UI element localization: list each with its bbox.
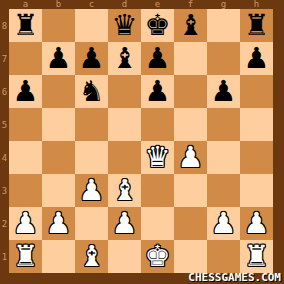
square-a6[interactable]: ♟ [9,75,42,108]
square-b4[interactable] [42,141,75,174]
square-h1[interactable]: ♜ [240,240,273,273]
square-a7[interactable] [9,42,42,75]
piece-black-pawn[interactable]: ♟ [145,77,171,106]
piece-white-bishop[interactable]: ♝ [79,242,105,271]
piece-black-pawn[interactable]: ♟ [46,44,72,73]
piece-white-pawn[interactable]: ♟ [211,209,237,238]
square-d7[interactable]: ♝ [108,42,141,75]
rank-label-5: 5 [0,108,9,141]
square-d2[interactable]: ♟ [108,207,141,240]
square-f4[interactable]: ♟ [174,141,207,174]
piece-black-pawn[interactable]: ♟ [211,77,237,106]
square-e6[interactable]: ♟ [141,75,174,108]
file-label-b: b [42,0,75,9]
square-b2[interactable]: ♟ [42,207,75,240]
square-e4[interactable]: ♛ [141,141,174,174]
file-label-c: c [75,0,108,9]
piece-black-pawn[interactable]: ♟ [13,77,39,106]
square-b3[interactable] [42,174,75,207]
square-f7[interactable] [174,42,207,75]
square-g8[interactable] [207,9,240,42]
square-h6[interactable] [240,75,273,108]
square-f6[interactable] [174,75,207,108]
piece-black-rook[interactable]: ♜ [13,11,39,40]
square-h7[interactable]: ♟ [240,42,273,75]
square-a8[interactable]: ♜ [9,9,42,42]
square-c4[interactable] [75,141,108,174]
piece-black-pawn[interactable]: ♟ [79,44,105,73]
square-e1[interactable]: ♚ [141,240,174,273]
square-e5[interactable] [141,108,174,141]
square-d4[interactable] [108,141,141,174]
square-f3[interactable] [174,174,207,207]
piece-black-king[interactable]: ♚ [145,11,171,40]
piece-white-rook[interactable]: ♜ [244,242,270,271]
square-c6[interactable]: ♞ [75,75,108,108]
piece-white-pawn[interactable]: ♟ [112,209,138,238]
square-h3[interactable] [240,174,273,207]
piece-white-queen[interactable]: ♛ [145,143,171,172]
rank-label-7: 7 [0,42,9,75]
piece-black-bishop[interactable]: ♝ [112,44,138,73]
square-a2[interactable]: ♟ [9,207,42,240]
square-e2[interactable] [141,207,174,240]
piece-white-pawn[interactable]: ♟ [79,176,105,205]
square-f8[interactable]: ♝ [174,9,207,42]
square-d5[interactable] [108,108,141,141]
square-h2[interactable]: ♟ [240,207,273,240]
file-label-g: g [207,0,240,9]
rank-labels: 87654321 [0,9,9,273]
board: ♜♛♚♝♜♟♟♝♟♟♟♞♟♟♛♟♟♝♟♟♟♟♟♜♝♚♜ [9,9,273,273]
square-c1[interactable]: ♝ [75,240,108,273]
square-b8[interactable] [42,9,75,42]
piece-white-pawn[interactable]: ♟ [244,209,270,238]
square-c5[interactable] [75,108,108,141]
rank-label-1: 1 [0,240,9,273]
rank-label-6: 6 [0,75,9,108]
square-g1[interactable] [207,240,240,273]
rank-label-4: 4 [0,141,9,174]
square-g2[interactable]: ♟ [207,207,240,240]
square-h5[interactable] [240,108,273,141]
piece-white-pawn[interactable]: ♟ [13,209,39,238]
square-a1[interactable]: ♜ [9,240,42,273]
piece-white-pawn[interactable]: ♟ [178,143,204,172]
square-f2[interactable] [174,207,207,240]
square-a4[interactable] [9,141,42,174]
square-b6[interactable] [42,75,75,108]
piece-black-pawn[interactable]: ♟ [244,44,270,73]
square-b7[interactable]: ♟ [42,42,75,75]
square-g7[interactable] [207,42,240,75]
square-e8[interactable]: ♚ [141,9,174,42]
square-c7[interactable]: ♟ [75,42,108,75]
piece-black-bishop[interactable]: ♝ [178,11,204,40]
rank-label-2: 2 [0,207,9,240]
square-a5[interactable] [9,108,42,141]
square-d6[interactable] [108,75,141,108]
square-f5[interactable] [174,108,207,141]
square-f1[interactable] [174,240,207,273]
square-c8[interactable] [75,9,108,42]
piece-black-knight[interactable]: ♞ [79,77,105,106]
piece-black-queen[interactable]: ♛ [112,11,138,40]
square-b1[interactable] [42,240,75,273]
square-d3[interactable]: ♝ [108,174,141,207]
square-g5[interactable] [207,108,240,141]
piece-white-pawn[interactable]: ♟ [46,209,72,238]
square-h8[interactable]: ♜ [240,9,273,42]
rank-label-8: 8 [0,9,9,42]
square-b5[interactable] [42,108,75,141]
chessboard-diagram: abcdefgh 87654321 ♜♛♚♝♜♟♟♝♟♟♟♞♟♟♛♟♟♝♟♟♟♟… [0,0,284,284]
piece-white-bishop[interactable]: ♝ [112,176,138,205]
square-e7[interactable]: ♟ [141,42,174,75]
piece-white-king[interactable]: ♚ [145,242,171,271]
piece-black-pawn[interactable]: ♟ [145,44,171,73]
square-d8[interactable]: ♛ [108,9,141,42]
square-c2[interactable] [75,207,108,240]
file-labels: abcdefgh [9,0,273,9]
square-g6[interactable]: ♟ [207,75,240,108]
square-e3[interactable] [141,174,174,207]
square-c3[interactable]: ♟ [75,174,108,207]
square-a3[interactable] [9,174,42,207]
piece-black-rook[interactable]: ♜ [244,11,270,40]
square-g4[interactable] [207,141,240,174]
square-h4[interactable] [240,141,273,174]
square-d1[interactable] [108,240,141,273]
piece-white-rook[interactable]: ♜ [13,242,39,271]
chessgames-watermark: CHESSGAMES.COM [188,272,281,284]
rank-label-3: 3 [0,174,9,207]
square-g3[interactable] [207,174,240,207]
